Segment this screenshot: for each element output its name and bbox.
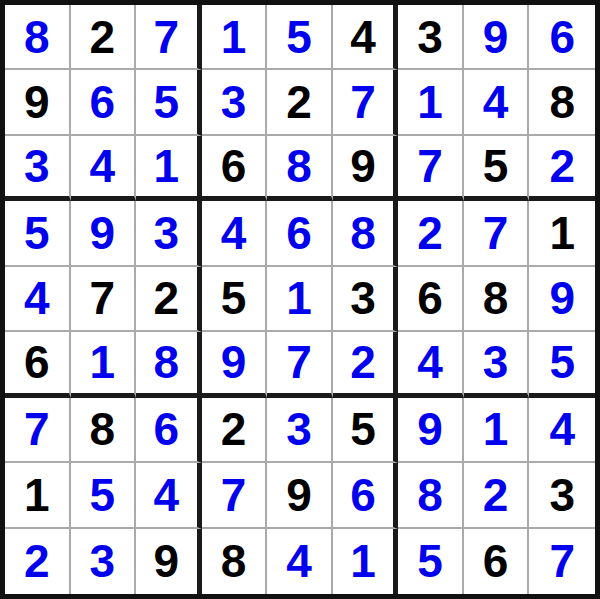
given-digit: 8: [221, 538, 247, 584]
cell-r1c5[interactable]: 5: [267, 5, 333, 70]
cell-r7c9[interactable]: 4: [529, 398, 595, 463]
filled-digit: 7: [549, 538, 575, 584]
cell-r2c8[interactable]: 4: [464, 70, 530, 135]
given-digit: 8: [549, 79, 575, 125]
cell-r8c9[interactable]: 3: [529, 463, 595, 528]
cell-r7c3[interactable]: 6: [136, 398, 202, 463]
cell-r2c5[interactable]: 2: [267, 70, 333, 135]
cell-r3c6[interactable]: 9: [333, 136, 399, 201]
cell-r8c3[interactable]: 4: [136, 463, 202, 528]
cell-r4c4[interactable]: 4: [202, 201, 268, 266]
filled-digit: 7: [417, 143, 443, 189]
cell-r5c9[interactable]: 9: [529, 267, 595, 332]
filled-digit: 2: [417, 210, 443, 256]
given-digit: 5: [483, 143, 509, 189]
cell-r7c5[interactable]: 3: [267, 398, 333, 463]
cell-r3c2[interactable]: 4: [71, 136, 137, 201]
cell-r6c1[interactable]: 6: [5, 332, 71, 397]
filled-digit: 6: [549, 14, 575, 60]
filled-digit: 8: [154, 339, 180, 385]
filled-digit: 5: [154, 79, 180, 125]
cell-r3c7[interactable]: 7: [398, 136, 464, 201]
filled-digit: 9: [549, 275, 575, 321]
cell-r5c6[interactable]: 3: [333, 267, 399, 332]
cell-r7c2[interactable]: 8: [71, 398, 137, 463]
cell-r1c1[interactable]: 8: [5, 5, 71, 70]
cell-r9c7[interactable]: 5: [398, 529, 464, 594]
cell-r1c8[interactable]: 9: [464, 5, 530, 70]
cell-r6c2[interactable]: 1: [71, 332, 137, 397]
cell-r2c1[interactable]: 9: [5, 70, 71, 135]
cell-r6c7[interactable]: 4: [398, 332, 464, 397]
cell-r6c8[interactable]: 3: [464, 332, 530, 397]
filled-digit: 4: [90, 143, 116, 189]
given-digit: 1: [549, 210, 575, 256]
cell-r6c5[interactable]: 7: [267, 332, 333, 397]
cell-r8c8[interactable]: 2: [464, 463, 530, 528]
given-digit: 6: [221, 143, 247, 189]
cell-r6c9[interactable]: 5: [529, 332, 595, 397]
given-digit: 3: [417, 14, 443, 60]
cell-r7c7[interactable]: 9: [398, 398, 464, 463]
given-digit: 9: [350, 143, 376, 189]
filled-digit: 2: [483, 472, 509, 518]
cell-r7c1[interactable]: 7: [5, 398, 71, 463]
filled-digit: 2: [350, 339, 376, 385]
cell-r3c8[interactable]: 5: [464, 136, 530, 201]
cell-r8c5[interactable]: 9: [267, 463, 333, 528]
filled-digit: 9: [221, 339, 247, 385]
cell-r2c7[interactable]: 1: [398, 70, 464, 135]
filled-digit: 3: [154, 210, 180, 256]
filled-digit: 2: [24, 538, 50, 584]
cell-r3c3[interactable]: 1: [136, 136, 202, 201]
filled-digit: 3: [221, 79, 247, 125]
filled-digit: 6: [350, 472, 376, 518]
given-digit: 8: [483, 275, 509, 321]
given-digit: 6: [417, 275, 443, 321]
filled-digit: 4: [221, 210, 247, 256]
given-digit: 9: [286, 472, 312, 518]
cell-r4c5[interactable]: 6: [267, 201, 333, 266]
given-digit: 9: [24, 79, 50, 125]
filled-digit: 1: [90, 339, 116, 385]
cell-r9c6[interactable]: 1: [333, 529, 399, 594]
cell-r5c2[interactable]: 7: [71, 267, 137, 332]
cell-r9c2[interactable]: 3: [71, 529, 137, 594]
given-digit: 5: [350, 406, 376, 452]
cell-r5c5[interactable]: 1: [267, 267, 333, 332]
filled-digit: 5: [417, 538, 443, 584]
filled-digit: 2: [549, 143, 575, 189]
filled-digit: 1: [417, 79, 443, 125]
cell-r5c7[interactable]: 6: [398, 267, 464, 332]
given-digit: 2: [221, 406, 247, 452]
cell-r8c4[interactable]: 7: [202, 463, 268, 528]
cell-r8c2[interactable]: 5: [71, 463, 137, 528]
cell-r4c3[interactable]: 3: [136, 201, 202, 266]
filled-digit: 7: [221, 472, 247, 518]
cell-r3c4[interactable]: 6: [202, 136, 268, 201]
filled-digit: 5: [549, 339, 575, 385]
cell-r2c6[interactable]: 7: [333, 70, 399, 135]
filled-digit: 4: [549, 406, 575, 452]
cell-r4c2[interactable]: 9: [71, 201, 137, 266]
filled-digit: 5: [286, 14, 312, 60]
filled-digit: 1: [221, 14, 247, 60]
sudoku-app: 8271543969653271483416897525934682714725…: [0, 0, 600, 599]
given-digit: 1: [24, 472, 50, 518]
given-digit: 5: [221, 275, 247, 321]
filled-digit: 6: [286, 210, 312, 256]
cell-r4c6[interactable]: 8: [333, 201, 399, 266]
filled-digit: 3: [286, 406, 312, 452]
given-digit: 4: [350, 14, 376, 60]
sudoku-board: 8271543969653271483416897525934682714725…: [0, 0, 600, 599]
given-digit: 6: [483, 538, 509, 584]
given-digit: 9: [154, 538, 180, 584]
cell-r2c3[interactable]: 5: [136, 70, 202, 135]
cell-r7c8[interactable]: 1: [464, 398, 530, 463]
cell-r1c3[interactable]: 7: [136, 5, 202, 70]
given-digit: 8: [90, 406, 116, 452]
cell-r7c4[interactable]: 2: [202, 398, 268, 463]
filled-digit: 1: [286, 275, 312, 321]
cell-r5c3[interactable]: 2: [136, 267, 202, 332]
cell-r1c6[interactable]: 4: [333, 5, 399, 70]
filled-digit: 6: [154, 406, 180, 452]
filled-digit: 1: [154, 143, 180, 189]
given-digit: 2: [90, 14, 116, 60]
given-digit: 3: [549, 472, 575, 518]
filled-digit: 8: [350, 210, 376, 256]
filled-digit: 7: [483, 210, 509, 256]
cell-r2c9[interactable]: 8: [529, 70, 595, 135]
cell-r5c8[interactable]: 8: [464, 267, 530, 332]
cell-r4c9[interactable]: 1: [529, 201, 595, 266]
cell-r6c3[interactable]: 8: [136, 332, 202, 397]
filled-digit: 4: [154, 472, 180, 518]
cell-r9c4[interactable]: 8: [202, 529, 268, 594]
filled-digit: 8: [286, 143, 312, 189]
given-digit: 7: [90, 275, 116, 321]
filled-digit: 5: [90, 472, 116, 518]
cell-r4c1[interactable]: 5: [5, 201, 71, 266]
cell-r3c5[interactable]: 8: [267, 136, 333, 201]
cell-r1c2[interactable]: 2: [71, 5, 137, 70]
cell-r9c8[interactable]: 6: [464, 529, 530, 594]
filled-digit: 9: [483, 14, 509, 60]
cell-r8c7[interactable]: 8: [398, 463, 464, 528]
filled-digit: 7: [350, 79, 376, 125]
filled-digit: 9: [417, 406, 443, 452]
cell-r8c1[interactable]: 1: [5, 463, 71, 528]
filled-digit: 1: [350, 538, 376, 584]
cell-r8c6[interactable]: 6: [333, 463, 399, 528]
filled-digit: 3: [90, 538, 116, 584]
cell-r2c4[interactable]: 3: [202, 70, 268, 135]
cell-r4c7[interactable]: 2: [398, 201, 464, 266]
filled-digit: 4: [483, 79, 509, 125]
filled-digit: 4: [24, 275, 50, 321]
cell-r7c6[interactable]: 5: [333, 398, 399, 463]
cell-r9c5[interactable]: 4: [267, 529, 333, 594]
cell-r1c9[interactable]: 6: [529, 5, 595, 70]
filled-digit: 5: [24, 210, 50, 256]
filled-digit: 7: [24, 406, 50, 452]
filled-digit: 3: [24, 143, 50, 189]
given-digit: 3: [350, 275, 376, 321]
cell-r1c4[interactable]: 1: [202, 5, 268, 70]
cell-r6c4[interactable]: 9: [202, 332, 268, 397]
cell-r5c1[interactable]: 4: [5, 267, 71, 332]
filled-digit: 9: [90, 210, 116, 256]
cell-r3c9[interactable]: 2: [529, 136, 595, 201]
cell-r9c9[interactable]: 7: [529, 529, 595, 594]
cell-r1c7[interactable]: 3: [398, 5, 464, 70]
cell-r9c1[interactable]: 2: [5, 529, 71, 594]
cell-r5c4[interactable]: 5: [202, 267, 268, 332]
cell-r9c3[interactable]: 9: [136, 529, 202, 594]
filled-digit: 4: [286, 538, 312, 584]
cell-r3c1[interactable]: 3: [5, 136, 71, 201]
filled-digit: 3: [483, 339, 509, 385]
cell-r4c8[interactable]: 7: [464, 201, 530, 266]
filled-digit: 7: [286, 339, 312, 385]
given-digit: 2: [154, 275, 180, 321]
filled-digit: 1: [483, 406, 509, 452]
cell-r6c6[interactable]: 2: [333, 332, 399, 397]
filled-digit: 8: [24, 14, 50, 60]
given-digit: 6: [24, 339, 50, 385]
filled-digit: 6: [90, 79, 116, 125]
filled-digit: 7: [154, 14, 180, 60]
given-digit: 2: [286, 79, 312, 125]
filled-digit: 8: [417, 472, 443, 518]
cell-r2c2[interactable]: 6: [71, 70, 137, 135]
filled-digit: 4: [417, 339, 443, 385]
